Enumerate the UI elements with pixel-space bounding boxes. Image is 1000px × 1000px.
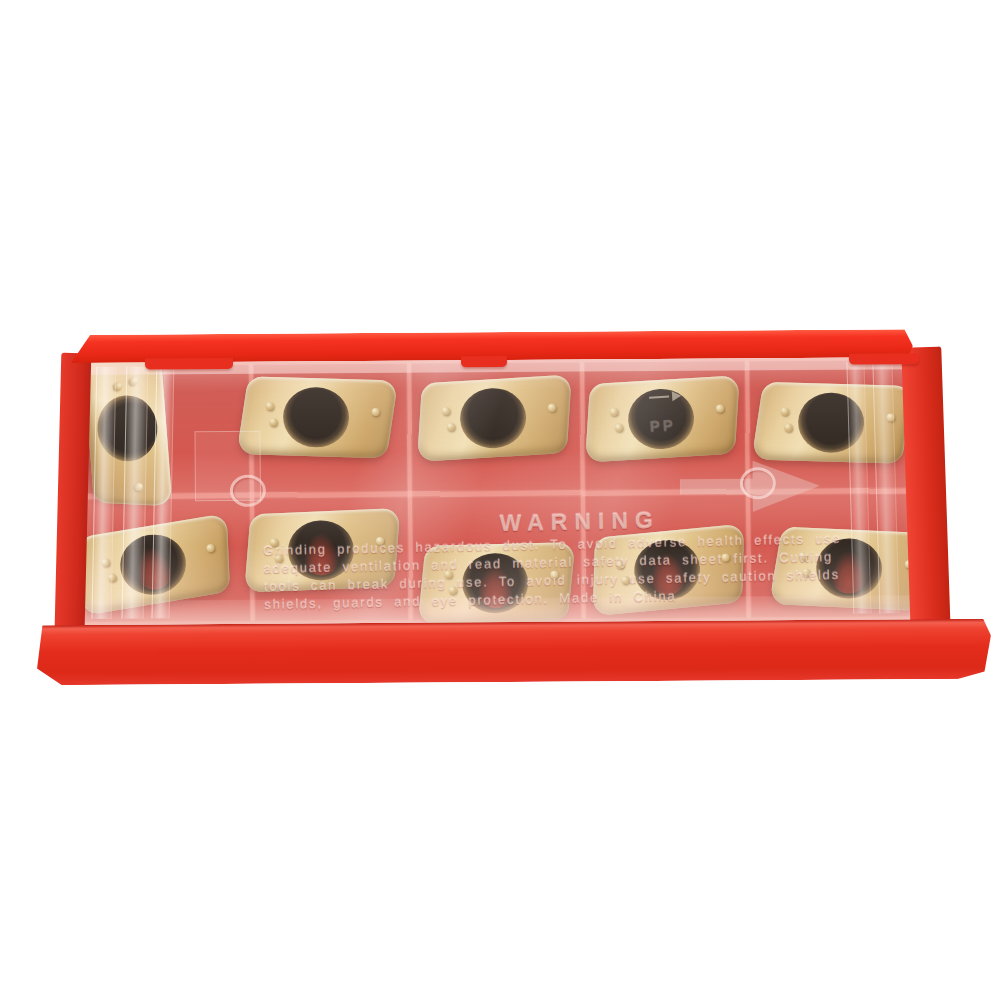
lid-emboss-circle: [740, 467, 776, 499]
warning-text-block: WARNING Grinding produces hazardous dust…: [204, 501, 966, 616]
lid-latch-tab: [145, 358, 233, 370]
product-photo: PP WARNING Grinding produces hazardous d…: [0, 0, 1000, 1000]
lid-latch-tab: [461, 356, 507, 367]
lid-latch-tab: [849, 353, 919, 364]
box-front-face: [35, 619, 991, 686]
lid-emboss-circle: [230, 475, 266, 507]
insert-box: PP WARNING Grinding produces hazardous d…: [49, 323, 976, 685]
